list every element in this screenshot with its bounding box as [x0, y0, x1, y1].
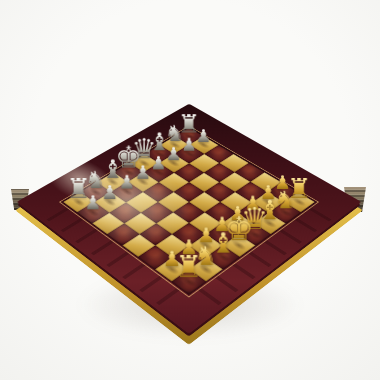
silver-pawn-glyph: ♟	[84, 193, 103, 212]
silver-pawn-glyph: ♟	[101, 183, 120, 202]
product-photo-scene: ♜♞♝♛♚♝♞♜♟♟♟♟♟♟♟♟♟♟♟♟♟♟♟♟♜♞♝♛♚♝♞♜	[0, 0, 380, 380]
gold-rook-glyph: ♜	[174, 252, 203, 282]
